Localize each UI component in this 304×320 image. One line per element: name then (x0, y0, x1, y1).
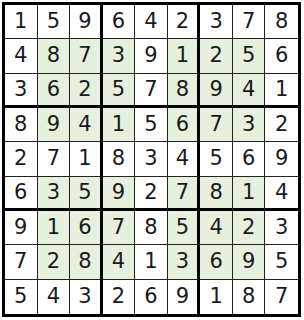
cell-r5c6: 4 (168, 142, 201, 176)
cell-r9c4: 2 (103, 280, 136, 314)
cell-r4c3: 4 (70, 108, 103, 142)
cell-r9c8: 8 (233, 280, 266, 314)
cell-r4c9: 2 (265, 108, 298, 142)
cell-r5c4: 8 (103, 142, 136, 176)
page: 1596423784873912563625789418941567322718… (0, 0, 304, 320)
cell-r6c2: 3 (38, 177, 71, 211)
cell-r9c9: 7 (265, 280, 298, 314)
cell-r6c1: 6 (5, 177, 38, 211)
cell-r6c6: 7 (168, 177, 201, 211)
cell-r2c1: 4 (5, 39, 38, 73)
cell-r4c6: 6 (168, 108, 201, 142)
cell-r4c2: 9 (38, 108, 71, 142)
cell-r2c9: 6 (265, 39, 298, 73)
cell-r1c3: 9 (70, 5, 103, 39)
cell-r8c6: 3 (168, 245, 201, 279)
cell-r7c2: 1 (38, 211, 71, 245)
cell-r7c8: 2 (233, 211, 266, 245)
cell-r9c3: 3 (70, 280, 103, 314)
cell-r8c1: 7 (5, 245, 38, 279)
cell-r8c7: 6 (200, 245, 233, 279)
cell-r6c4: 9 (103, 177, 136, 211)
cell-r7c9: 3 (265, 211, 298, 245)
cell-r2c4: 3 (103, 39, 136, 73)
cell-r7c7: 4 (200, 211, 233, 245)
cell-r4c8: 3 (233, 108, 266, 142)
cell-r6c3: 5 (70, 177, 103, 211)
cell-r5c3: 1 (70, 142, 103, 176)
cell-r1c5: 4 (135, 5, 168, 39)
cell-r5c9: 9 (265, 142, 298, 176)
cell-r1c6: 2 (168, 5, 201, 39)
cell-r7c5: 8 (135, 211, 168, 245)
cell-r4c7: 7 (200, 108, 233, 142)
cell-r5c7: 5 (200, 142, 233, 176)
cell-r7c6: 5 (168, 211, 201, 245)
cell-r6c8: 1 (233, 177, 266, 211)
cell-r2c5: 9 (135, 39, 168, 73)
cell-r1c8: 7 (233, 5, 266, 39)
cell-r7c3: 6 (70, 211, 103, 245)
cell-r9c2: 4 (38, 280, 71, 314)
cell-r8c4: 4 (103, 245, 136, 279)
cell-r5c1: 2 (5, 142, 38, 176)
cell-r5c8: 6 (233, 142, 266, 176)
cell-r3c3: 2 (70, 74, 103, 108)
cell-r3c9: 1 (265, 74, 298, 108)
cell-r3c1: 3 (5, 74, 38, 108)
cell-r6c5: 2 (135, 177, 168, 211)
cell-r3c4: 5 (103, 74, 136, 108)
sudoku-board: 1596423784873912563625789418941567322718… (2, 2, 301, 317)
cell-r7c1: 9 (5, 211, 38, 245)
cell-r2c6: 1 (168, 39, 201, 73)
cell-r2c2: 8 (38, 39, 71, 73)
cell-r9c7: 1 (200, 280, 233, 314)
cell-r5c2: 7 (38, 142, 71, 176)
cell-r8c3: 8 (70, 245, 103, 279)
cell-r3c8: 4 (233, 74, 266, 108)
cell-r8c9: 5 (265, 245, 298, 279)
cell-r1c2: 5 (38, 5, 71, 39)
cell-r8c2: 2 (38, 245, 71, 279)
cell-r4c1: 8 (5, 108, 38, 142)
cell-r6c9: 4 (265, 177, 298, 211)
cell-r3c2: 6 (38, 74, 71, 108)
cell-r9c1: 5 (5, 280, 38, 314)
cell-r4c5: 5 (135, 108, 168, 142)
cell-r2c8: 5 (233, 39, 266, 73)
cell-r1c1: 1 (5, 5, 38, 39)
cell-r3c7: 9 (200, 74, 233, 108)
cell-r6c7: 8 (200, 177, 233, 211)
cell-r5c5: 3 (135, 142, 168, 176)
cell-r2c7: 2 (200, 39, 233, 73)
cell-r8c5: 1 (135, 245, 168, 279)
cell-r1c9: 8 (265, 5, 298, 39)
cell-r9c5: 6 (135, 280, 168, 314)
cell-r3c5: 7 (135, 74, 168, 108)
cell-r7c4: 7 (103, 211, 136, 245)
cell-r4c4: 1 (103, 108, 136, 142)
cell-r1c4: 6 (103, 5, 136, 39)
cell-r2c3: 7 (70, 39, 103, 73)
cell-r8c8: 9 (233, 245, 266, 279)
cell-r1c7: 3 (200, 5, 233, 39)
cell-r9c6: 9 (168, 280, 201, 314)
cell-r3c6: 8 (168, 74, 201, 108)
